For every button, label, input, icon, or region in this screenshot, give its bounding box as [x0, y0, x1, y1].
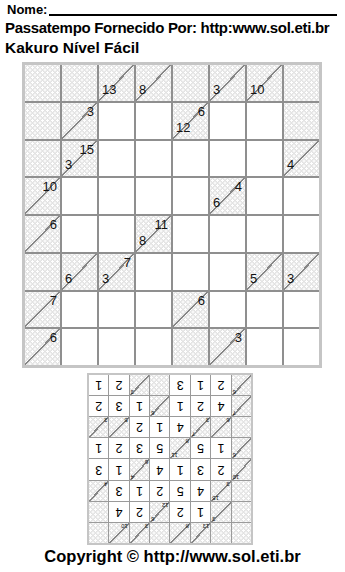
solution-cell-r7c5: 6 [150, 396, 169, 416]
down-clue: 6 [145, 460, 148, 466]
solution-cell-r3c5: 2 [150, 481, 169, 501]
kakuro-puzzle-grid: 1383103612153410466118673537663 [22, 62, 322, 368]
puzzle-cell-r2c8 [284, 103, 319, 139]
puzzle-cell-r3c4[interactable] [136, 141, 171, 177]
down-clue: 3 [145, 523, 148, 529]
solution-cell-r4c7: 1 [109, 460, 128, 480]
puzzle-cell-r1c7: 10 [247, 65, 282, 101]
puzzle-cell-r2c2: 3 [62, 103, 97, 139]
across-clue: 4 [235, 179, 242, 194]
page-title: Kakuro Nível Fácil [5, 39, 139, 57]
solution-cell-r8c8: 1 [89, 375, 108, 395]
solution-digit: 2 [217, 463, 224, 477]
solution-cell-r7c8: 2 [89, 396, 108, 416]
solution-cell-r7c7: 3 [109, 396, 128, 416]
solution-digit: 1 [197, 505, 204, 519]
puzzle-cell-r7c2[interactable] [62, 292, 97, 328]
solution-cell-r1c6: 3 [130, 523, 149, 543]
puzzle-cell-r6c1 [25, 254, 60, 290]
down-clue: 4 [287, 157, 294, 172]
solution-cell-r8c6: 3 [130, 375, 149, 395]
solution-digit: 5 [197, 441, 204, 455]
solution-cell-r8c4: 3 [171, 375, 190, 395]
puzzle-cell-r8c7[interactable] [247, 329, 282, 365]
kakuro-solution-grid-rotated: 1383103126122415345213410231446136151185… [87, 373, 253, 545]
down-clue: 8 [186, 438, 189, 444]
solution-digit: 4 [197, 484, 204, 498]
solution-digit: 2 [156, 484, 163, 498]
solution-cell-r2c2: 3 [211, 502, 230, 522]
solution-cell-r3c2: 153 [211, 481, 230, 501]
solution-cell-r8c7: 2 [109, 375, 128, 395]
down-clue: 12 [176, 120, 190, 135]
down-clue: 10 [250, 82, 264, 97]
solution-cell-r7c6: 1 [130, 396, 149, 416]
puzzle-cell-r1c1 [25, 65, 60, 101]
solution-cell-r3c8: 4 [89, 481, 108, 501]
name-field-row: Nome: [7, 2, 337, 17]
solution-digit: 5 [177, 484, 184, 498]
solution-digit: 1 [156, 420, 163, 434]
down-clue: 8 [186, 523, 189, 529]
solution-cell-r5c1: 6 [232, 438, 251, 458]
across-clue: 10 [43, 179, 57, 194]
solution-cell-r6c3: 73 [191, 417, 210, 437]
solution-digit: 3 [116, 399, 123, 413]
puzzle-cell-r2c5: 612 [173, 103, 208, 139]
solution-cell-r4c8: 3 [89, 460, 108, 480]
solution-digit: 3 [177, 378, 184, 392]
solution-cell-r5c8: 1 [89, 438, 108, 458]
puzzle-cell-r2c6[interactable] [210, 103, 245, 139]
solution-cell-r4c2: 2 [211, 460, 230, 480]
solution-digit: 2 [95, 399, 102, 413]
down-clue: 10 [121, 523, 128, 529]
puzzle-cell-r2c7[interactable] [247, 103, 282, 139]
solution-cell-r1c2 [211, 523, 230, 543]
solution-cell-r3c4: 5 [171, 481, 190, 501]
solution-digit: 2 [116, 378, 123, 392]
solution-digit: 2 [116, 441, 123, 455]
solution-digit: 3 [136, 441, 143, 455]
solution-digit: 2 [197, 399, 204, 413]
down-clue: 3 [287, 271, 294, 286]
solution-digit: 5 [156, 441, 163, 455]
down-clue: 3 [104, 417, 107, 423]
puzzle-cell-r2c3[interactable] [99, 103, 134, 139]
puzzle-cell-r6c4[interactable] [136, 254, 171, 290]
puzzle-cell-r5c8[interactable] [284, 216, 319, 252]
puzzle-cell-r8c3[interactable] [99, 329, 134, 365]
solution-digit: 1 [217, 441, 224, 455]
puzzle-cell-r7c4[interactable] [136, 292, 171, 328]
solution-digit: 1 [177, 399, 184, 413]
solution-cell-r5c5: 5 [150, 438, 169, 458]
solution-cell-r7c2: 4 [211, 396, 230, 416]
down-clue: 12 [162, 502, 169, 508]
solution-cell-r6c1 [232, 417, 251, 437]
puzzle-cell-r3c3[interactable] [99, 141, 134, 177]
solution-cell-r3c7: 3 [109, 481, 128, 501]
solution-cell-r8c1: 6 [232, 375, 251, 395]
solution-cell-r4c4: 1 [171, 460, 190, 480]
solution-digit: 1 [136, 399, 143, 413]
solution-cell-r3c1 [232, 481, 251, 501]
across-clue: 6 [50, 330, 57, 345]
solution-cell-r2c3: 1 [191, 502, 210, 522]
solution-digit: 3 [197, 463, 204, 477]
puzzle-cell-r6c6[interactable] [210, 254, 245, 290]
solution-digit: 4 [177, 420, 184, 434]
solution-cell-r3c3: 4 [191, 481, 210, 501]
puzzle-cell-r1c4: 8 [136, 65, 171, 101]
solution-digit: 3 [95, 463, 102, 477]
solution-cell-r4c3: 3 [191, 460, 210, 480]
puzzle-cell-r7c7[interactable] [247, 292, 282, 328]
across-clue: 6 [151, 410, 154, 416]
puzzle-cell-r3c2: 153 [62, 141, 97, 177]
puzzle-cell-r5c6[interactable] [210, 216, 245, 252]
across-clue: 6 [151, 516, 154, 522]
solution-cell-r7c1: 7 [232, 396, 251, 416]
puzzle-cell-r6c8: 3 [284, 254, 319, 290]
solution-digit: 1 [177, 463, 184, 477]
puzzle-cell-r2c1 [25, 103, 60, 139]
puzzle-cell-r1c2 [62, 65, 97, 101]
down-clue: 8 [139, 82, 146, 97]
puzzle-cell-r1c5 [173, 65, 208, 101]
solution-cell-r1c4: 8 [171, 523, 190, 543]
across-clue: 6 [198, 293, 205, 308]
solution-digit: 4 [217, 399, 224, 413]
solution-digit: 1 [116, 463, 123, 477]
down-clue: 3 [213, 82, 220, 97]
down-clue: 8 [139, 233, 146, 248]
solution-digit: 3 [116, 484, 123, 498]
solution-cell-r1c8 [89, 523, 108, 543]
solution-cell-r4c1: 10 [232, 460, 251, 480]
down-clue: 3 [206, 417, 209, 423]
solution-cell-r7c4: 1 [171, 396, 190, 416]
solution-digit: 2 [136, 420, 143, 434]
across-clue: 11 [172, 453, 178, 459]
puzzle-cell-r7c5: 6 [173, 292, 208, 328]
across-clue: 15 [80, 142, 94, 157]
solution-cell-r2c7: 4 [109, 502, 128, 522]
puzzle-cell-r2c4[interactable] [136, 103, 171, 139]
solution-cell-r2c5: 612 [150, 502, 169, 522]
solution-digit: 1 [95, 378, 102, 392]
solution-cell-r1c1 [232, 523, 251, 543]
puzzle-cell-r8c6: 3 [210, 329, 245, 365]
solution-cell-r6c5: 1 [150, 417, 169, 437]
puzzle-cell-r7c8[interactable] [284, 292, 319, 328]
puzzle-cell-r5c1: 6 [25, 216, 60, 252]
solution-cell-r8c3: 1 [191, 375, 210, 395]
solution-cell-r2c1 [232, 502, 251, 522]
solution-cell-r6c2: 6 [211, 417, 230, 437]
down-clue: 4 [104, 481, 107, 487]
solution-cell-r5c3: 5 [191, 438, 210, 458]
solution-cell-r6c7: 5 [109, 417, 128, 437]
puzzle-cell-r6c3: 73 [99, 254, 134, 290]
solution-cell-r6c4: 4 [171, 417, 190, 437]
puzzle-cell-r8c2[interactable] [62, 329, 97, 365]
across-clue: 6 [198, 104, 205, 119]
puzzle-cell-r6c7: 5 [247, 254, 282, 290]
across-clue: 3 [131, 389, 134, 395]
puzzle-cell-r5c3[interactable] [99, 216, 134, 252]
puzzle-cell-r4c2[interactable] [62, 178, 97, 214]
puzzle-cell-r8c5 [173, 329, 208, 365]
puzzle-cell-r7c1: 7 [25, 292, 60, 328]
solution-digit: 2 [177, 505, 184, 519]
solution-digit: 4 [156, 463, 163, 477]
puzzle-cell-r1c8 [284, 65, 319, 101]
solution-cell-r8c5 [150, 375, 169, 395]
solution-digit: 2 [217, 378, 224, 392]
across-clue: 15 [212, 495, 219, 501]
puzzle-cell-r3c6[interactable] [210, 141, 245, 177]
solution-digit: 2 [136, 505, 143, 519]
puzzle-cell-r7c6[interactable] [210, 292, 245, 328]
puzzle-cell-r4c1: 10 [25, 178, 60, 214]
puzzle-cell-r3c1 [25, 141, 60, 177]
puzzle-cell-r5c4: 118 [136, 216, 171, 252]
down-clue: 6 [213, 195, 220, 210]
down-clue: 3 [65, 157, 72, 172]
puzzle-cell-r7c3[interactable] [99, 292, 134, 328]
down-clue: 13 [102, 82, 116, 97]
solution-digit: 1 [197, 378, 204, 392]
solution-cell-r1c5 [150, 523, 169, 543]
solution-cell-r8c2: 2 [211, 375, 230, 395]
solution-digit: 1 [95, 441, 102, 455]
across-clue: 6 [50, 217, 57, 232]
puzzle-cell-r1c3: 13 [99, 65, 134, 101]
puzzle-cell-r6c5[interactable] [173, 254, 208, 290]
solution-cell-r6c8: 3 [89, 417, 108, 437]
across-clue: 6 [233, 389, 236, 395]
across-clue: 3 [235, 330, 242, 345]
solution-cell-r4c6: 46 [130, 460, 149, 480]
puzzle-cell-r4c7[interactable] [247, 178, 282, 214]
down-clue: 6 [226, 417, 229, 423]
provider-line: Passatempo Fornecido Por: http:www.sol.e… [5, 19, 329, 36]
solution-digit: 1 [136, 484, 143, 498]
solution-cell-r6c6: 2 [130, 417, 149, 437]
copyright-text: Copyright © http://www.sol.eti.br [0, 547, 345, 566]
across-clue: 7 [233, 410, 236, 416]
puzzle-cell-r4c5[interactable] [173, 178, 208, 214]
across-clue: 3 [212, 516, 215, 522]
solution-cell-r5c7: 2 [109, 438, 128, 458]
down-clue: 5 [124, 417, 127, 423]
puzzle-cell-r3c5[interactable] [173, 141, 208, 177]
name-blank-line[interactable] [49, 2, 337, 16]
solution-cell-r1c3: 13 [191, 523, 210, 543]
solution-cell-r2c8 [89, 502, 108, 522]
down-clue: 3 [226, 481, 229, 487]
puzzle-cell-r5c5[interactable] [173, 216, 208, 252]
puzzle-cell-r1c6: 3 [210, 65, 245, 101]
puzzle-cell-r5c7[interactable] [247, 216, 282, 252]
down-clue: 13 [203, 523, 210, 529]
solution-cell-r5c2: 1 [211, 438, 230, 458]
down-clue: 3 [102, 271, 109, 286]
puzzle-cell-r4c4[interactable] [136, 178, 171, 214]
solution-cell-r5c6: 3 [130, 438, 149, 458]
across-clue: 10 [233, 474, 240, 480]
across-clue: 7 [124, 255, 131, 270]
down-clue: 6 [65, 271, 72, 286]
puzzle-cell-r8c8[interactable] [284, 329, 319, 365]
across-clue: 7 [50, 293, 57, 308]
solution-cell-r5c4: 118 [171, 438, 190, 458]
puzzle-cell-r6c2: 6 [62, 254, 97, 290]
across-clue: 11 [155, 217, 169, 232]
puzzle-cell-r3c7[interactable] [247, 141, 282, 177]
puzzle-cell-r3c8: 4 [284, 141, 319, 177]
solution-digit: 4 [116, 505, 123, 519]
solution-cell-r2c4: 2 [171, 502, 190, 522]
solution-cell-r2c6: 2 [130, 502, 149, 522]
solution-cell-r4c5: 4 [150, 460, 169, 480]
puzzle-cell-r8c4[interactable] [136, 329, 171, 365]
across-clue: 6 [233, 453, 236, 459]
puzzle-cell-r8c1: 6 [25, 329, 60, 365]
down-clue: 5 [250, 271, 257, 286]
solution-cell-r7c3: 2 [191, 396, 210, 416]
across-clue: 4 [131, 474, 134, 480]
puzzle-cell-r5c2[interactable] [62, 216, 97, 252]
puzzle-cell-r4c3[interactable] [99, 178, 134, 214]
across-clue: 3 [87, 104, 94, 119]
across-clue: 7 [192, 431, 195, 437]
solution-cell-r1c7: 10 [109, 523, 128, 543]
puzzle-cell-r4c6: 46 [210, 178, 245, 214]
name-label: Nome: [7, 2, 47, 17]
solution-cell-r3c6: 1 [130, 481, 149, 501]
puzzle-cell-r4c8[interactable] [284, 178, 319, 214]
